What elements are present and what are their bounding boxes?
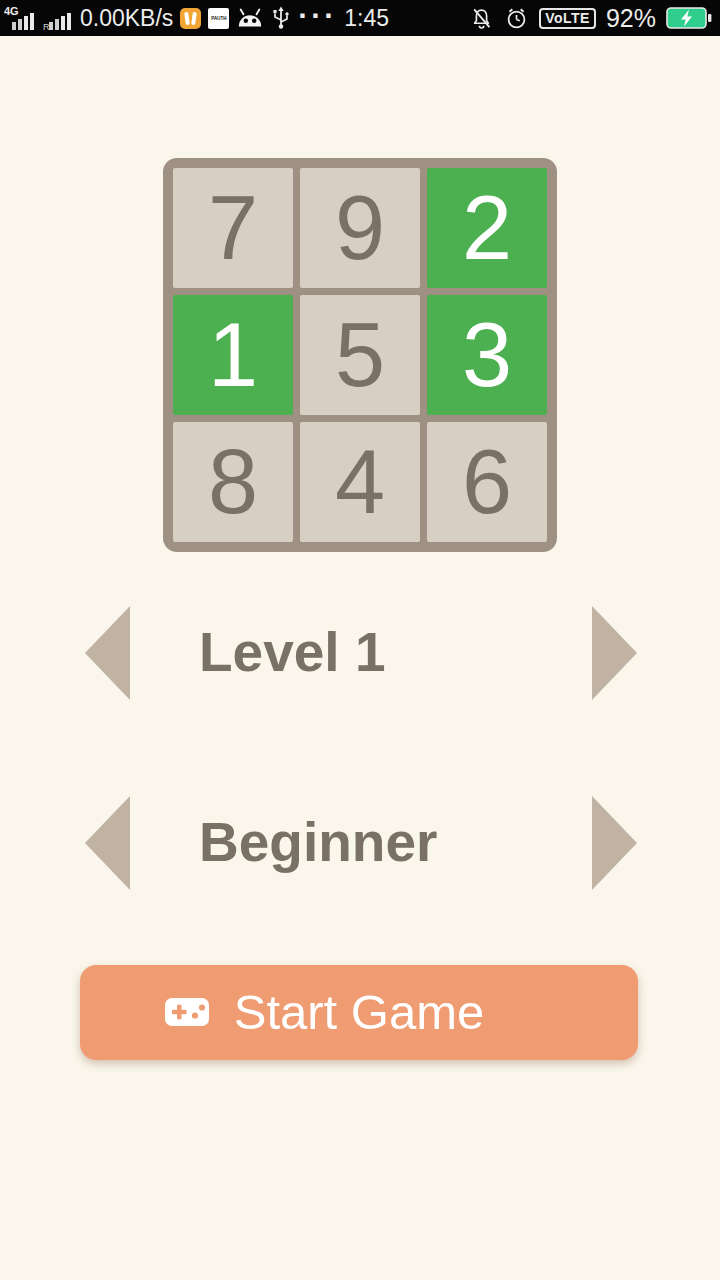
status-left-group: 4G R 0.00KB/s PAUTH [4,0,389,36]
alarm-clock-icon [504,6,529,31]
status-bar: 4G R 0.00KB/s PAUTH [0,0,720,36]
signal-bars-sim1-icon: 4G [4,5,36,31]
sim2-roaming-label: R [43,22,50,31]
level-next-arrow[interactable] [592,606,637,700]
gamepad-icon [165,998,209,1026]
battery-charging-icon [666,6,712,30]
board-cell-r1c2[interactable]: 3 [427,295,547,415]
board-cell-r2c0[interactable]: 8 [173,422,293,542]
level-prev-arrow[interactable] [85,606,130,700]
difficulty-label: Beginner [199,795,437,890]
level-selector: Level 1 [0,605,720,700]
start-game-label: Start Game [234,985,485,1039]
board-cell-r0c0[interactable]: 7 [173,168,293,288]
start-game-button[interactable]: Start Game [80,965,638,1060]
signal-bars-sim2-icon: R [43,5,73,31]
status-right-group: VoLTE 92% [469,0,712,36]
board-cell-r0c2[interactable]: 2 [427,168,547,288]
battery-percent: 92% [606,0,656,36]
board-cell-r1c1[interactable]: 5 [300,295,420,415]
difficulty-selector: Beginner [0,795,720,890]
white-app-icon: PAUTH [208,8,229,29]
board-cell-r2c2[interactable]: 6 [427,422,547,542]
tools-app-icon [180,8,201,29]
volte-badge: VoLTE [539,8,596,29]
overflow-dots-icon: ··· [298,0,337,38]
board-cell-r2c1[interactable]: 4 [300,422,420,542]
sim1-network-label: 4G [4,5,19,17]
board: 792153846 [163,158,557,552]
level-label: Level 1 [199,605,386,700]
difficulty-prev-arrow[interactable] [85,796,130,890]
board-cell-r1c0[interactable]: 1 [173,295,293,415]
bell-muted-icon [469,6,494,31]
board-cell-r0c1[interactable]: 9 [300,168,420,288]
usb-icon [271,6,291,30]
network-speed: 0.00KB/s [80,0,173,36]
clock-time: 1:45 [344,0,389,36]
android-head-icon [236,7,264,29]
difficulty-next-arrow[interactable] [592,796,637,890]
